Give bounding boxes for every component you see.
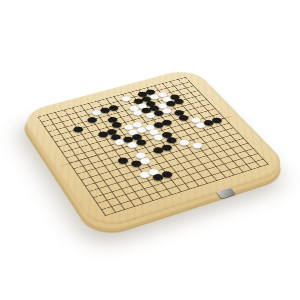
go-board: ●●●●●●●●●●●●●●●●●●●●●●●●●●●●●●●●●●●●●●●●… [19, 67, 292, 232]
board-grid: ●●●●●●●●●●●●●●●●●●●●●●●●●●●●●●●●●●●●●●●●… [32, 74, 276, 220]
product-photo-background: ●●●●●●●●●●●●●●●●●●●●●●●●●●●●●●●●●●●●●●●●… [0, 0, 300, 300]
board-scene: ●●●●●●●●●●●●●●●●●●●●●●●●●●●●●●●●●●●●●●●●… [0, 0, 300, 300]
latch-clasp-icon [217, 187, 237, 198]
